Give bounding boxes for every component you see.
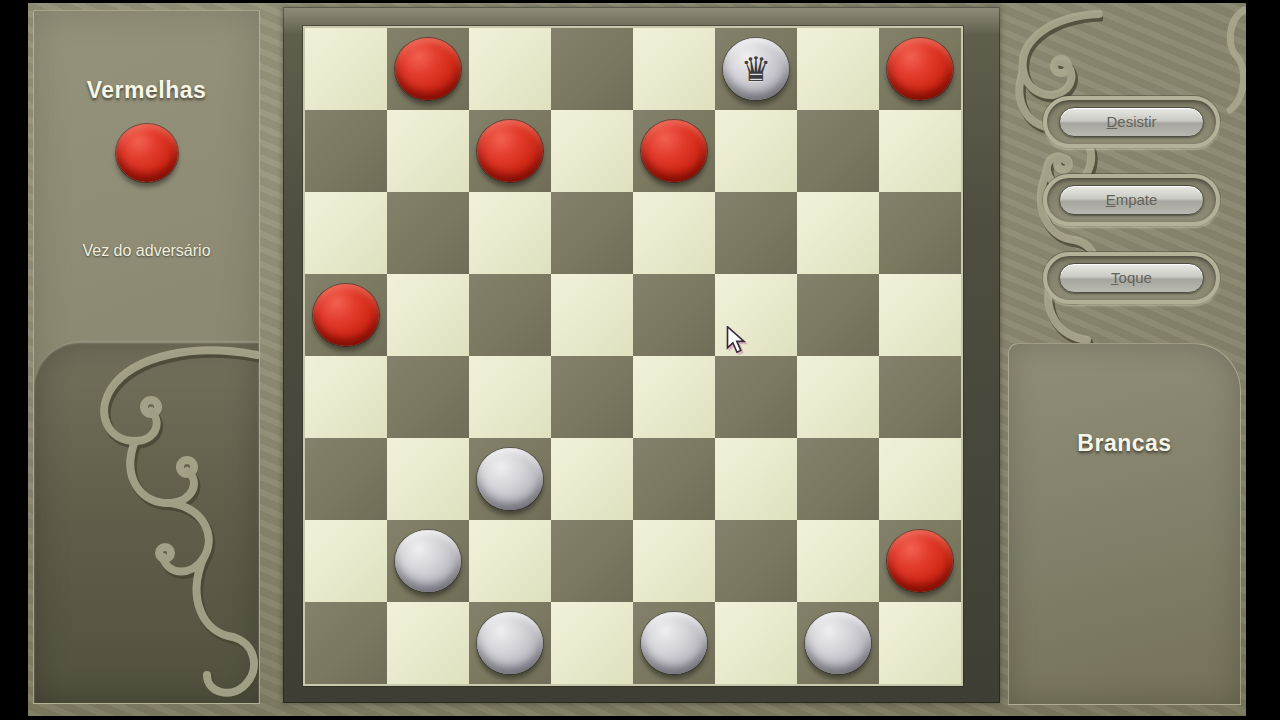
- king-crown-icon: ♛: [723, 38, 789, 100]
- square-r7c6[interactable]: [797, 602, 879, 684]
- square-r2c6[interactable]: [797, 192, 879, 274]
- square-r6c1[interactable]: [387, 520, 469, 602]
- square-r0c0[interactable]: [305, 28, 387, 110]
- square-r5c4[interactable]: [633, 438, 715, 520]
- square-r3c1[interactable]: [387, 274, 469, 356]
- resign-button[interactable]: Desistir: [1059, 107, 1204, 137]
- square-r1c2[interactable]: [469, 110, 551, 192]
- red-piece[interactable]: [887, 530, 953, 592]
- mouse-cursor-icon: [726, 326, 750, 356]
- square-r1c0[interactable]: [305, 110, 387, 192]
- touch-button-ring: Toque: [1043, 252, 1220, 304]
- white-piece[interactable]: [477, 448, 543, 510]
- square-r5c0[interactable]: [305, 438, 387, 520]
- white-side-title: Brancas: [1009, 344, 1240, 457]
- white-piece[interactable]: [477, 612, 543, 674]
- floral-scroll-ornament: [75, 341, 259, 703]
- square-r7c3[interactable]: [551, 602, 633, 684]
- square-r2c5[interactable]: [715, 192, 797, 274]
- square-r5c5[interactable]: [715, 438, 797, 520]
- square-r1c4[interactable]: [633, 110, 715, 192]
- square-r5c2[interactable]: [469, 438, 551, 520]
- square-r3c0[interactable]: [305, 274, 387, 356]
- square-r2c2[interactable]: [469, 192, 551, 274]
- board-inner-border: ♛: [303, 26, 963, 686]
- square-r0c1[interactable]: [387, 28, 469, 110]
- square-r4c5[interactable]: [715, 356, 797, 438]
- square-r6c7[interactable]: [879, 520, 961, 602]
- square-r4c6[interactable]: [797, 356, 879, 438]
- square-r6c4[interactable]: [633, 520, 715, 602]
- board-grid: ♛: [305, 28, 961, 684]
- resign-button-ring: Desistir: [1043, 96, 1220, 148]
- white-piece[interactable]: [641, 612, 707, 674]
- red-side-panel: Vermelhas Vez do adversário: [33, 10, 260, 704]
- square-r5c6[interactable]: [797, 438, 879, 520]
- square-r0c3[interactable]: [551, 28, 633, 110]
- square-r2c4[interactable]: [633, 192, 715, 274]
- square-r5c1[interactable]: [387, 438, 469, 520]
- square-r5c7[interactable]: [879, 438, 961, 520]
- square-r0c5[interactable]: ♛: [715, 28, 797, 110]
- square-r1c5[interactable]: [715, 110, 797, 192]
- square-r7c5[interactable]: [715, 602, 797, 684]
- square-r0c2[interactable]: [469, 28, 551, 110]
- red-piece[interactable]: [313, 284, 379, 346]
- square-r1c6[interactable]: [797, 110, 879, 192]
- square-r0c7[interactable]: [879, 28, 961, 110]
- square-r3c3[interactable]: [551, 274, 633, 356]
- square-r0c4[interactable]: [633, 28, 715, 110]
- square-r1c7[interactable]: [879, 110, 961, 192]
- white-king-piece[interactable]: ♛: [723, 38, 789, 100]
- square-r3c6[interactable]: [797, 274, 879, 356]
- square-r6c6[interactable]: [797, 520, 879, 602]
- square-r7c0[interactable]: [305, 602, 387, 684]
- red-panel-lower-section: [34, 341, 259, 703]
- draw-button-ring: Empate: [1043, 174, 1220, 226]
- square-r4c7[interactable]: [879, 356, 961, 438]
- square-r6c2[interactable]: [469, 520, 551, 602]
- red-piece[interactable]: [395, 38, 461, 100]
- square-r4c4[interactable]: [633, 356, 715, 438]
- square-r4c0[interactable]: [305, 356, 387, 438]
- square-r2c3[interactable]: [551, 192, 633, 274]
- square-r7c1[interactable]: [387, 602, 469, 684]
- square-r1c3[interactable]: [551, 110, 633, 192]
- white-piece[interactable]: [395, 530, 461, 592]
- red-piece[interactable]: [477, 120, 543, 182]
- board-frame: ♛: [283, 7, 1000, 703]
- square-r4c1[interactable]: [387, 356, 469, 438]
- square-r3c4[interactable]: [633, 274, 715, 356]
- red-piece-sample: [116, 124, 178, 182]
- white-side-panel: Brancas: [1008, 343, 1241, 705]
- square-r2c1[interactable]: [387, 192, 469, 274]
- square-r1c1[interactable]: [387, 110, 469, 192]
- red-side-title: Vermelhas: [34, 11, 259, 104]
- square-r3c2[interactable]: [469, 274, 551, 356]
- red-piece[interactable]: [641, 120, 707, 182]
- turn-status-text: Vez do adversário: [34, 242, 259, 260]
- square-r5c3[interactable]: [551, 438, 633, 520]
- white-piece[interactable]: [805, 612, 871, 674]
- square-r6c3[interactable]: [551, 520, 633, 602]
- square-r7c2[interactable]: [469, 602, 551, 684]
- draw-button[interactable]: Empate: [1059, 185, 1204, 215]
- square-r7c7[interactable]: [879, 602, 961, 684]
- square-r2c0[interactable]: [305, 192, 387, 274]
- touch-button[interactable]: Toque: [1059, 263, 1204, 293]
- square-r3c7[interactable]: [879, 274, 961, 356]
- square-r0c6[interactable]: [797, 28, 879, 110]
- square-r6c0[interactable]: [305, 520, 387, 602]
- square-r4c3[interactable]: [551, 356, 633, 438]
- square-r6c5[interactable]: [715, 520, 797, 602]
- square-r7c4[interactable]: [633, 602, 715, 684]
- square-r4c2[interactable]: [469, 356, 551, 438]
- red-piece[interactable]: [887, 38, 953, 100]
- square-r2c7[interactable]: [879, 192, 961, 274]
